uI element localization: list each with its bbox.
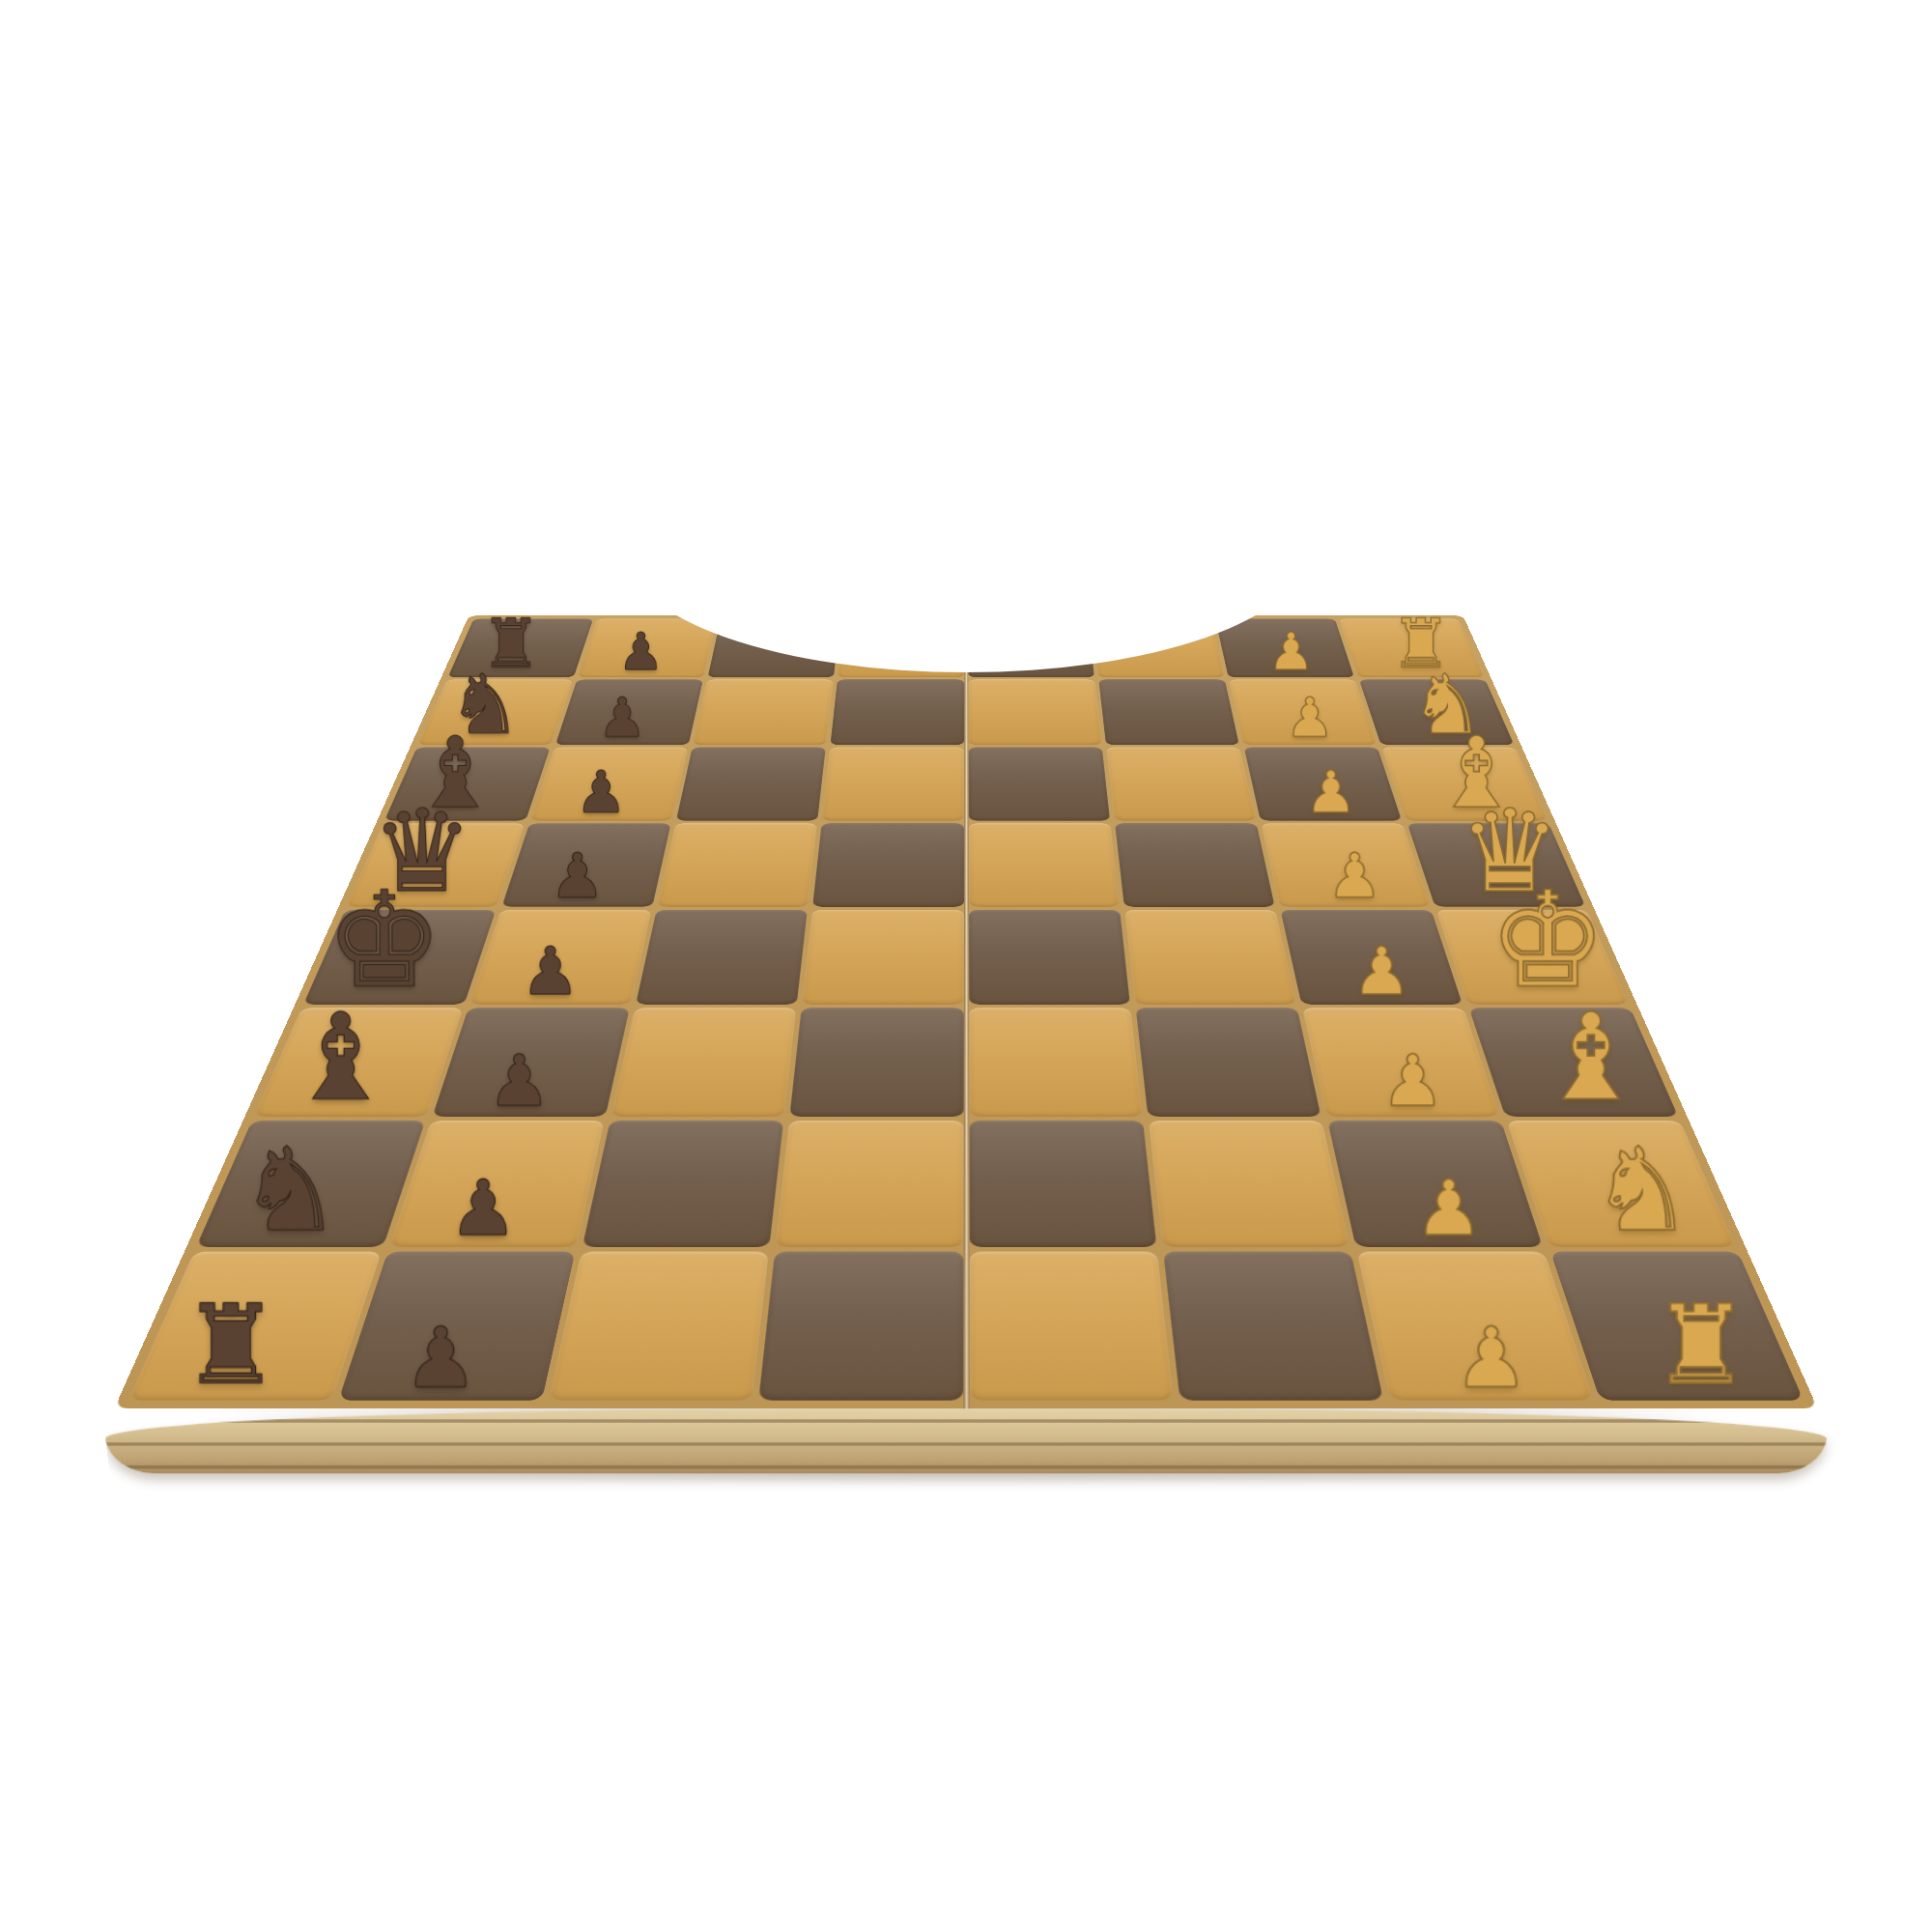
square-r7-c0[interactable]: ♜ <box>128 1251 382 1400</box>
square-r5-c3[interactable] <box>790 1008 964 1117</box>
square-r4-c2[interactable] <box>636 909 808 1004</box>
piece-bP-r6-c1[interactable]: ♟ <box>449 1173 518 1245</box>
plywood-front-edge <box>101 1408 1832 1473</box>
square-r5-c6[interactable]: ♟ <box>1302 1008 1500 1117</box>
square-r2-c2[interactable] <box>676 748 826 821</box>
square-r5-c2[interactable] <box>611 1008 797 1117</box>
square-r6-c6[interactable]: ♟ <box>1327 1121 1543 1247</box>
square-r3-c2[interactable] <box>658 823 818 906</box>
square-r6-c4[interactable] <box>969 1121 1156 1247</box>
piece-bB-r5-c0[interactable]: ♝ <box>287 1002 394 1116</box>
square-r4-c5[interactable] <box>1124 909 1296 1004</box>
piece-wP-r4-c6[interactable]: ♟ <box>1351 940 1410 1003</box>
square-r6-c3[interactable] <box>776 1121 963 1247</box>
square-r2-c4[interactable] <box>968 748 1110 821</box>
piece-bP-r3-c1[interactable]: ♟ <box>550 847 605 906</box>
square-r1-c3[interactable] <box>831 679 964 745</box>
product-photo-scene: ♜♟♟♜♞♟♟♞♝♟♟♝♛♟♟♛♚♟♟♚♝♟♟♝♞♟♟♞♜♟♟♜ <box>0 0 1932 1932</box>
piece-wP-r1-c6[interactable]: ♟ <box>1285 693 1334 745</box>
square-r7-c2[interactable] <box>549 1251 769 1400</box>
square-r4-c4[interactable] <box>969 909 1130 1004</box>
square-r5-c4[interactable] <box>969 1008 1143 1117</box>
square-r4-c6[interactable]: ♟ <box>1280 909 1463 1004</box>
square-r0-c1[interactable]: ♟ <box>578 618 717 677</box>
piece-bP-r1-c1[interactable]: ♟ <box>598 693 647 745</box>
square-r6-c7[interactable]: ♞ <box>1506 1121 1736 1247</box>
piece-bR-r7-c0[interactable]: ♜ <box>182 1294 280 1399</box>
curved-far-edge-mask <box>628 437 1304 672</box>
square-r5-c5[interactable] <box>1135 1008 1321 1117</box>
piece-wP-r6-c6[interactable]: ♟ <box>1414 1173 1483 1245</box>
square-r2-c6[interactable]: ♟ <box>1244 748 1402 821</box>
piece-bP-r0-c1[interactable]: ♟ <box>618 628 665 677</box>
square-r6-c5[interactable] <box>1148 1121 1350 1247</box>
square-r5-c7[interactable]: ♝ <box>1468 1008 1678 1117</box>
piece-bP-r7-c1[interactable]: ♟ <box>404 1320 478 1399</box>
square-r6-c2[interactable] <box>582 1121 784 1247</box>
square-r5-c1[interactable]: ♟ <box>433 1008 631 1117</box>
square-r5-c0[interactable]: ♝ <box>254 1008 464 1117</box>
square-r7-c5[interactable] <box>1163 1251 1383 1400</box>
square-r1-c6[interactable]: ♟ <box>1229 679 1377 745</box>
perspective-wrapper: ♜♟♟♜♞♟♟♞♝♟♟♝♛♟♟♛♚♟♟♚♝♟♟♝♞♟♟♞♜♟♟♜ <box>0 0 1932 1932</box>
piece-wP-r2-c6[interactable]: ♟ <box>1305 765 1357 820</box>
piece-bP-r5-c1[interactable]: ♟ <box>488 1048 552 1116</box>
piece-bP-r4-c1[interactable]: ♟ <box>521 940 580 1003</box>
piece-wP-r7-c6[interactable]: ♟ <box>1454 1320 1528 1399</box>
piece-bP-r2-c1[interactable]: ♟ <box>576 765 628 820</box>
square-r3-c4[interactable] <box>968 823 1119 906</box>
square-r4-c1[interactable]: ♟ <box>469 909 652 1004</box>
square-r0-c6[interactable]: ♟ <box>1215 618 1354 677</box>
square-r3-c5[interactable] <box>1115 823 1275 906</box>
piece-wP-r3-c6[interactable]: ♟ <box>1326 847 1381 906</box>
square-r6-c1[interactable]: ♟ <box>389 1121 605 1247</box>
square-r3-c1[interactable]: ♟ <box>502 823 671 906</box>
square-r7-c3[interactable] <box>759 1251 963 1400</box>
piece-wN-r6-c7[interactable]: ♞ <box>1590 1136 1693 1245</box>
square-r2-c1[interactable]: ♟ <box>530 748 688 821</box>
square-r7-c7[interactable]: ♜ <box>1550 1251 1804 1400</box>
square-r1-c5[interactable] <box>1098 679 1239 745</box>
square-r7-c4[interactable] <box>969 1251 1173 1400</box>
square-r1-c1[interactable]: ♟ <box>555 679 703 745</box>
piece-wB-r5-c7[interactable]: ♝ <box>1538 1002 1645 1116</box>
piece-wP-r0-c6[interactable]: ♟ <box>1267 628 1314 677</box>
square-r4-c3[interactable] <box>802 909 963 1004</box>
square-r1-c2[interactable] <box>693 679 834 745</box>
square-r3-c3[interactable] <box>813 823 964 906</box>
piece-bN-r6-c0[interactable]: ♞ <box>239 1136 342 1245</box>
piece-wK-r4-c7[interactable]: ♚ <box>1489 877 1607 1003</box>
piece-wR-r7-c7[interactable]: ♜ <box>1652 1294 1750 1399</box>
square-r2-c5[interactable] <box>1106 748 1256 821</box>
square-r6-c0[interactable]: ♞ <box>196 1121 426 1247</box>
piece-bK-r4-c0[interactable]: ♚ <box>326 877 444 1003</box>
square-r2-c3[interactable] <box>822 748 964 821</box>
piece-wP-r5-c6[interactable]: ♟ <box>1380 1048 1444 1116</box>
square-r3-c6[interactable]: ♟ <box>1261 823 1430 906</box>
square-r1-c4[interactable] <box>968 679 1101 745</box>
chess-board[interactable]: ♜♟♟♜♞♟♟♞♝♟♟♝♛♟♟♛♚♟♟♚♝♟♟♝♞♟♟♞♜♟♟♜ <box>114 615 1818 1408</box>
